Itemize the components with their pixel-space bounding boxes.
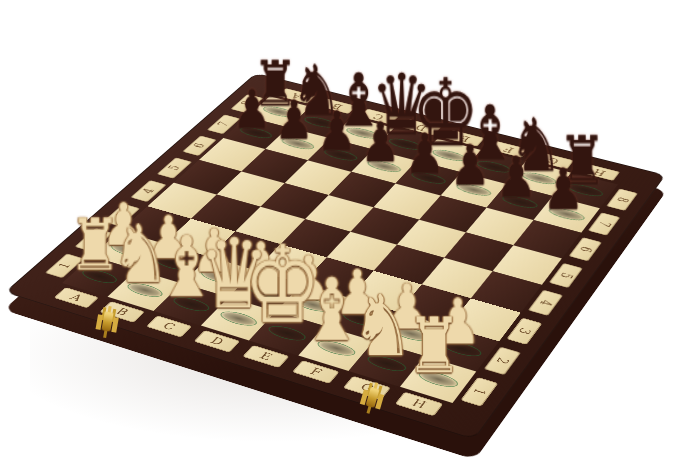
coordinate-label: E <box>258 351 275 362</box>
chess-piece-icon: ♜ <box>406 308 462 385</box>
chess-piece-icon: ♞ <box>351 284 413 369</box>
chess-piece-icon: ♟ <box>317 105 357 159</box>
coordinate-tile: 5 <box>549 263 583 288</box>
coordinate-label: A <box>68 293 84 303</box>
coordinate-label: 2 <box>494 356 511 365</box>
coordinate-tile: E <box>242 345 289 368</box>
chess-piece-icon: ♟ <box>405 127 446 182</box>
coordinate-tile: 3 <box>506 318 542 345</box>
coordinate-label: 3 <box>516 327 533 336</box>
chess-piece-icon: ♟ <box>232 83 271 136</box>
coordinate-tile: 2 <box>484 347 521 375</box>
scene: ABCDEFGH8♜♞♝♛♚♝♞♜87♟♟♟♟♟♟♟♟7665544332♟♟♟… <box>0 0 700 460</box>
coordinate-label: 5 <box>558 271 574 279</box>
coordinate-label: 4 <box>537 299 554 307</box>
chess-piece-icon: ♟ <box>274 94 314 148</box>
coordinate-label: 5 <box>167 165 182 172</box>
coordinate-label: D <box>208 336 225 347</box>
coordinate-tile: 8 <box>606 189 638 211</box>
chess-piece-icon: ♟ <box>450 138 491 194</box>
coordinate-label: 7 <box>596 220 612 227</box>
coordinate-tile: H <box>395 392 444 417</box>
coordinate-label: 8 <box>615 196 630 203</box>
rank-label-cell: 7 <box>581 208 627 240</box>
coordinate-label: B <box>114 307 131 317</box>
chess-piece-icon: ♟ <box>495 150 537 206</box>
coordinate-label: 6 <box>192 142 207 149</box>
coordinate-label: C <box>161 321 178 331</box>
coordinate-label: 1 <box>471 387 489 396</box>
chess-piece-icon: ♟ <box>542 162 584 219</box>
coordinate-label: H <box>410 398 429 410</box>
coordinate-tile: 5 <box>157 157 192 178</box>
chess-piece-icon: ♟ <box>360 116 400 171</box>
coordinate-label: 7 <box>216 121 231 127</box>
coordinate-label: F <box>308 366 324 377</box>
coordinate-tile: F <box>292 360 340 384</box>
coordinate-tile: 6 <box>569 237 602 261</box>
coordinate-tile: 4 <box>528 290 563 316</box>
coordinate-label: 6 <box>577 245 593 253</box>
